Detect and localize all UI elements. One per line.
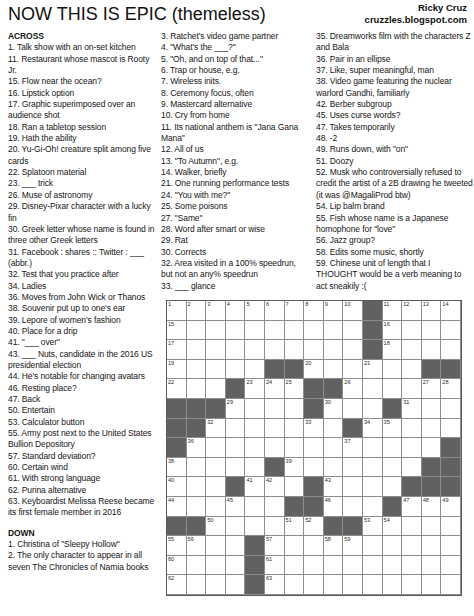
cell-r10c10[interactable] [343,477,363,497]
cell-number: 31 [403,399,409,406]
cell-r1c4[interactable]: 4 [226,301,246,321]
cell-r7c4[interactable] [226,419,246,439]
down-clue-11: 11. Its national anthem is "Jana Gana Ma… [161,122,309,145]
cell-number: 53 [364,517,370,524]
cell-r14c14[interactable] [422,556,442,576]
cell-r8c2[interactable]: 36 [187,438,207,458]
cell-r13c15[interactable] [441,536,461,556]
cell-r6c7[interactable] [285,399,305,419]
cell-r14c3[interactable] [206,556,226,576]
cell-r9c7[interactable]: 39 [285,458,305,478]
cell-r7c5[interactable] [245,419,265,439]
cell-r4c10[interactable] [343,360,363,380]
cell-r12c13[interactable] [402,517,422,537]
down-clue-13: 13. "To Autumn", e.g. [161,156,309,167]
cell-r8c13[interactable] [402,438,422,458]
across-clue-19: 19. Hath the ability [8,133,158,144]
cell-r15c9[interactable] [324,575,344,595]
cell-r1c2[interactable]: 2 [187,301,207,321]
cell-r14c11[interactable] [363,556,383,576]
cell-r9c2[interactable] [187,458,207,478]
cell-r13c8[interactable] [304,536,324,556]
down-clue-51: 51. Doozy [316,156,473,167]
cell-number: 37 [344,438,350,445]
cell-r7c6[interactable] [265,419,285,439]
cell-r9c3[interactable] [206,458,226,478]
cell-r6c4[interactable]: 29 [226,399,246,419]
cell-r5c10[interactable]: 26 [343,379,363,399]
across-clue-61: 61. With strong language [8,473,158,484]
across-clue-40: 40. Place for a drip [8,326,158,337]
block-cell-r4c14 [422,360,442,380]
cell-r14c2[interactable] [187,556,207,576]
cell-r11c3[interactable] [206,497,226,517]
down-clue-25: 25. Some poisons [161,201,309,212]
cell-r15c12[interactable] [383,575,403,595]
cell-number: 20 [305,360,311,367]
cell-r14c12[interactable] [383,556,403,576]
cell-r14c9[interactable] [324,556,344,576]
cell-r11c10[interactable] [343,497,363,517]
cell-r14c8[interactable] [304,556,324,576]
cell-number: 50 [207,517,213,524]
cell-r1c15[interactable]: 14 [441,301,461,321]
cell-r4c12[interactable] [383,360,403,380]
cell-r5c13[interactable] [402,379,422,399]
cell-r7c15[interactable] [441,419,461,439]
cell-r5c15[interactable]: 28 [441,379,461,399]
cell-number: 57 [266,536,272,543]
cell-number: 62 [168,575,174,582]
cell-r12c4[interactable] [226,517,246,537]
cell-number: 17 [168,340,174,347]
puzzle-title: NOW THIS IS EPIC (themeless) [8,4,266,25]
across-clue-22: 22. Splatoon material [8,167,158,178]
cell-r13c1[interactable]: 55 [167,536,187,556]
cell-r6c11[interactable] [363,399,383,419]
cell-r7c9[interactable] [324,419,344,439]
cell-r12c15[interactable] [441,517,461,537]
cell-r3c9[interactable] [324,340,344,360]
cell-r12c12[interactable]: 54 [383,517,403,537]
cell-r7c3[interactable]: 32 [206,419,226,439]
block-cell-r10c13 [402,477,422,497]
block-cell-r10c8 [304,477,324,497]
cell-r1c6[interactable]: 6 [265,301,285,321]
cell-r12c3[interactable]: 50 [206,517,226,537]
cell-number: 29 [227,399,233,406]
cell-number: 41 [246,477,252,484]
cell-number: 24 [266,379,272,386]
cell-r13c10[interactable]: 59 [343,536,363,556]
cell-r14c7[interactable] [285,556,305,576]
cell-number: 34 [364,419,370,426]
cell-r15c4[interactable] [226,575,246,595]
cell-number: 43 [325,477,331,484]
cell-number: 5 [246,301,249,308]
cell-r4c2[interactable] [187,360,207,380]
cell-r7c8[interactable]: 33 [304,419,324,439]
across-clue-57: 57. Standard deviation? [8,451,158,462]
across-clue-list: 1. Talk show with an on-set kitchen11. R… [8,42,158,518]
cell-r15c6[interactable]: 63 [265,575,285,595]
cell-r11c14[interactable]: 48 [422,497,442,517]
cell-number: 35 [384,419,390,426]
cell-r6c5[interactable] [245,399,265,419]
cell-r13c12[interactable] [383,536,403,556]
cell-r9c4[interactable] [226,458,246,478]
cell-r4c8[interactable]: 20 [304,360,324,380]
cell-r15c15[interactable] [441,575,461,595]
cell-r1c3[interactable]: 3 [206,301,226,321]
cell-r3c2[interactable] [187,340,207,360]
cell-r8c12[interactable] [383,438,403,458]
across-clue-34: 34. Ladies [8,281,158,292]
cell-r14c15[interactable] [441,556,461,576]
cell-r12c14[interactable] [422,517,442,537]
cell-r13c9[interactable]: 58 [324,536,344,556]
cell-r6c9[interactable]: 30 [324,399,344,419]
cell-r15c2[interactable] [187,575,207,595]
down-clue-37: 37. Like, super meaningful, man [316,65,473,76]
cell-r6c10[interactable] [343,399,363,419]
cell-r13c11[interactable] [363,536,383,556]
cell-r14c1[interactable]: 60 [167,556,187,576]
puzzle-page: NOW THIS IS EPIC (themeless) Ricky Cruz … [0,0,474,616]
cell-r15c13[interactable] [402,575,422,595]
down-clue-33: 33. ___ glance [161,281,309,292]
cell-r9c5[interactable] [245,458,265,478]
down-clue-9: 9. Mastercard alternative [161,99,309,110]
across-clue-44: 44. He's notable for changing avatars [8,371,158,382]
cell-r12c7[interactable]: 51 [285,517,305,537]
cell-r8c9[interactable] [324,438,344,458]
down-clue-4: 4. "What's the ___?" [161,42,309,53]
cell-number: 44 [168,497,174,504]
cell-r11c4[interactable]: 45 [226,497,246,517]
down-clue-2: 2. The only character to appear in all s… [8,550,158,573]
cell-r3c6[interactable] [265,340,285,360]
cell-r9c1[interactable]: 38 [167,458,187,478]
cell-number: 47 [403,497,409,504]
site-url: cruzzles.blogspot.com [365,14,467,26]
cell-number: 4 [227,301,230,308]
cell-r6c6[interactable] [265,399,285,419]
cell-r5c11[interactable] [363,379,383,399]
cell-r4c11[interactable]: 21 [363,360,383,380]
cell-r7c7[interactable] [285,419,305,439]
across-clue-31: 31. Facebook : shares :: Twitter : ___ (… [8,247,158,270]
across-clue-17: 17. Graphic superimposed over an audienc… [8,99,158,122]
cell-number: 32 [207,419,213,426]
cell-r5c2[interactable] [187,379,207,399]
cell-r10c9[interactable]: 43 [324,477,344,497]
byline: Ricky Cruz cruzzles.blogspot.com [365,2,467,25]
cell-r15c11[interactable] [363,575,383,595]
block-cell-r11c8 [304,497,324,517]
down-clue-55: 55. Fish whose name is a Japanese homoph… [316,213,473,236]
cell-r10c2[interactable] [187,477,207,497]
cell-r11c11[interactable] [363,497,383,517]
cell-number: 49 [442,497,448,504]
cell-number: 55 [168,536,174,543]
across-clue-11: 11. Restaurant whose mascot is Rooty Jr. [8,54,158,77]
cell-r7c11[interactable]: 34 [363,419,383,439]
cell-r14c6[interactable]: 61 [265,556,285,576]
cell-number: 6 [266,301,269,308]
cell-r12c8[interactable]: 52 [304,517,324,537]
cell-number: 45 [227,497,233,504]
cell-r3c3[interactable] [206,340,226,360]
down-clue-6: 6. Trap or house, e.g. [161,65,309,76]
cell-r1c8[interactable]: 8 [304,301,324,321]
cell-r5c6[interactable]: 24 [265,379,285,399]
block-cell-r14c5 [245,556,265,576]
cell-r5c5[interactable]: 23 [245,379,265,399]
cell-r14c13[interactable] [402,556,422,576]
cell-r3c12[interactable]: 18 [383,340,403,360]
cell-r2c1[interactable]: 15 [167,321,187,341]
cell-r8c14[interactable] [422,438,442,458]
cell-r8c5[interactable] [245,438,265,458]
cell-r10c6[interactable]: 42 [265,477,285,497]
cell-r2c7[interactable] [285,321,305,341]
across-clue-55: 55. Army post next to the United States … [8,428,158,451]
block-cell-r7c2 [187,419,207,439]
cell-number: 18 [384,340,390,347]
cell-r4c5[interactable] [245,360,265,380]
cell-r2c12[interactable]: 16 [383,321,403,341]
cell-r15c14[interactable] [422,575,442,595]
cell-r1c10[interactable]: 10 [343,301,363,321]
down-clue-56: 56. Jazz group? [316,235,473,246]
cell-r15c8[interactable] [304,575,324,595]
cell-r2c15[interactable] [441,321,461,341]
block-cell-r12c1 [167,517,187,537]
cell-r12c6[interactable] [265,517,285,537]
cell-r9c8[interactable] [304,458,324,478]
cell-r3c5[interactable] [245,340,265,360]
block-cell-r6c1 [167,399,187,419]
cell-r15c1[interactable]: 62 [167,575,187,595]
author-name: Ricky Cruz [365,2,467,14]
cell-r8c8[interactable] [304,438,324,458]
cell-r8c6[interactable] [265,438,285,458]
cell-r8c3[interactable] [206,438,226,458]
cell-r1c1[interactable]: 1 [167,301,187,321]
cell-r9c11[interactable] [363,458,383,478]
cell-r1c9[interactable]: 9 [324,301,344,321]
cell-r1c12[interactable]: 11 [383,301,403,321]
block-cell-r4c15 [441,360,461,380]
cell-r9c10[interactable] [343,458,363,478]
cell-r2c14[interactable] [422,321,442,341]
down-header: DOWN [8,528,158,539]
cell-r1c14[interactable]: 13 [422,301,442,321]
cell-r1c7[interactable]: 7 [285,301,305,321]
across-clue-32: 32. Test that you practice after [8,269,158,280]
cell-r5c3[interactable] [206,379,226,399]
down-clue-27: 27. "Same" [161,213,309,224]
down-clue-35: 35. Dreamworks film with the characters … [316,31,473,54]
cell-r4c13[interactable] [402,360,422,380]
cell-r2c5[interactable] [245,321,265,341]
block-cell-r5c9 [324,379,344,399]
cell-r11c15[interactable]: 49 [441,497,461,517]
cell-r3c15[interactable] [441,340,461,360]
across-clue-26: 26. Muse of astronomy [8,190,158,201]
block-cell-r6c12 [383,399,403,419]
cell-r13c4[interactable] [226,536,246,556]
across-clue-23: 23. ___ trick [8,178,158,189]
cell-r2c6[interactable] [265,321,285,341]
cell-r6c13[interactable]: 31 [402,399,422,419]
cell-number: 16 [384,321,390,328]
cell-r13c13[interactable] [402,536,422,556]
cell-r5c7[interactable]: 25 [285,379,305,399]
cell-r4c1[interactable]: 19 [167,360,187,380]
down-clue-list-part1: 1. Christina of "Sleepy Hollow"2. The on… [8,539,158,573]
cell-r13c14[interactable] [422,536,442,556]
cell-r5c12[interactable] [383,379,403,399]
cell-r5c1[interactable]: 22 [167,379,187,399]
cell-number: 58 [325,536,331,543]
block-cell-r11c7 [285,497,305,517]
cell-r14c4[interactable] [226,556,246,576]
cell-r8c7[interactable] [285,438,305,458]
cell-r5c14[interactable]: 27 [422,379,442,399]
cell-r13c3[interactable] [206,536,226,556]
clue-column-3: 35. Dreamworks film with the characters … [316,31,473,292]
cell-r9c9[interactable] [324,458,344,478]
cell-r11c1[interactable]: 44 [167,497,187,517]
down-clue-29: 29. Rat [161,235,309,246]
cell-r10c11[interactable] [363,477,383,497]
cell-number: 21 [364,360,370,367]
cell-r7c14[interactable] [422,419,442,439]
cell-r6c14[interactable] [422,399,442,419]
cell-r10c3[interactable] [206,477,226,497]
block-cell-r13c5 [245,536,265,556]
cell-r11c2[interactable] [187,497,207,517]
cell-r1c5[interactable]: 5 [245,301,265,321]
cell-r13c2[interactable]: 56 [187,536,207,556]
block-cell-r10c15 [441,477,461,497]
cell-r11c13[interactable]: 47 [402,497,422,517]
cell-r11c9[interactable]: 46 [324,497,344,517]
cell-r6c15[interactable] [441,399,461,419]
across-clue-1: 1. Talk show with an on-set kitchen [8,42,158,53]
cell-r15c10[interactable] [343,575,363,595]
block-cell-r10c4 [226,477,246,497]
cell-r3c7[interactable] [285,340,305,360]
block-cell-r6c2 [187,399,207,419]
down-clue-21: 21. One running performance tests [161,178,309,189]
cell-number: 2 [188,301,191,308]
block-cell-r8c1 [167,438,187,458]
across-clue-38: 38. Souvenir put up to one's ear [8,303,158,314]
cell-number: 11 [384,301,390,308]
cell-r2c8[interactable] [304,321,324,341]
cell-number: 7 [286,301,289,308]
cell-r2c4[interactable] [226,321,246,341]
cell-number: 15 [168,321,174,328]
cell-r2c9[interactable] [324,321,344,341]
down-clue-52: 52. Musk who controversially refused to … [316,167,473,201]
cell-number: 30 [325,399,331,406]
across-clue-62: 62. Purina alternative [8,485,158,496]
block-cell-r6c3 [206,399,226,419]
cell-number: 8 [305,301,308,308]
cell-r2c2[interactable] [187,321,207,341]
cell-r10c12[interactable] [383,477,403,497]
cell-number: 36 [188,438,194,445]
cell-r3c14[interactable] [422,340,442,360]
block-cell-r7c10 [343,419,363,439]
cell-r3c1[interactable]: 17 [167,340,187,360]
across-clue-43: 43. ___ Nuts, candidate in the 2016 US p… [8,349,158,372]
cell-number: 56 [188,536,194,543]
cell-r3c10[interactable] [343,340,363,360]
block-cell-r12c2 [187,517,207,537]
down-clue-30: 30. Corrects [161,247,309,258]
cell-r13c7[interactable] [285,536,305,556]
cell-r11c6[interactable] [265,497,285,517]
cell-r4c9[interactable] [324,360,344,380]
cell-r2c13[interactable] [402,321,422,341]
cell-r10c1[interactable]: 40 [167,477,187,497]
cell-r13c6[interactable]: 57 [265,536,285,556]
across-clue-15: 15. Flow near the ocean? [8,76,158,87]
cell-r2c3[interactable] [206,321,226,341]
cell-r7c12[interactable]: 35 [383,419,403,439]
cell-number: 14 [442,301,448,308]
cell-r11c5[interactable] [245,497,265,517]
cell-r3c13[interactable] [402,340,422,360]
cell-r7c13[interactable] [402,419,422,439]
down-clue-59: 59. Chinese unit of length that I THOUGH… [316,258,473,292]
cell-r9c12[interactable] [383,458,403,478]
cell-r10c7[interactable] [285,477,305,497]
cell-r4c4[interactable] [226,360,246,380]
cell-number: 33 [305,419,311,426]
cell-r8c11[interactable] [363,438,383,458]
cell-number: 12 [403,301,409,308]
cell-r15c7[interactable] [285,575,305,595]
cell-r15c3[interactable] [206,575,226,595]
cell-number: 10 [344,301,350,308]
cell-r9c13[interactable] [402,458,422,478]
cell-r14c10[interactable] [343,556,363,576]
cell-number: 9 [325,301,328,308]
cell-r1c13[interactable]: 12 [402,301,422,321]
cell-r3c8[interactable] [304,340,324,360]
block-cell-r9c15 [441,458,461,478]
cell-number: 25 [286,379,292,386]
cell-r12c11[interactable]: 53 [363,517,383,537]
cell-r8c10[interactable]: 37 [343,438,363,458]
cell-r4c3[interactable] [206,360,226,380]
cell-r8c4[interactable] [226,438,246,458]
cell-number: 23 [246,379,252,386]
block-cell-r7c1 [167,419,187,439]
cell-r10c5[interactable]: 41 [245,477,265,497]
cell-r2c10[interactable] [343,321,363,341]
cell-r12c5[interactable] [245,517,265,537]
down-clue-24: 24. "You with me?" [161,190,309,201]
cell-r3c4[interactable] [226,340,246,360]
down-clue-10: 10. Cry from home [161,110,309,121]
